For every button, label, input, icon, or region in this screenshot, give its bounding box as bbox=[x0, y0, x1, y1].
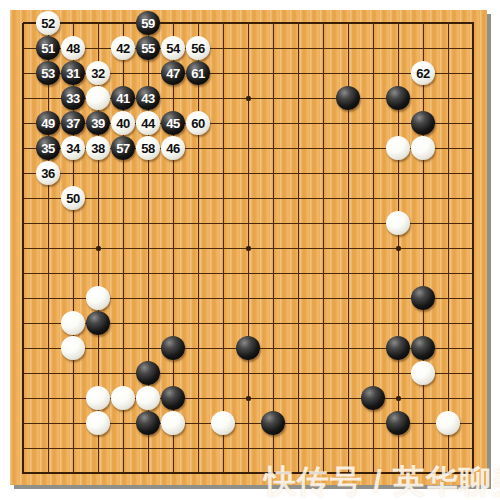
move-number-label: 40 bbox=[116, 117, 129, 130]
move-number-label: 37 bbox=[66, 117, 79, 130]
move-number-label: 46 bbox=[166, 142, 179, 155]
black-stone bbox=[411, 286, 435, 310]
grid-line-vertical bbox=[298, 23, 299, 474]
black-stone bbox=[236, 336, 260, 360]
black-stone: 61 bbox=[186, 61, 210, 85]
white-stone bbox=[161, 411, 185, 435]
white-stone bbox=[411, 136, 435, 160]
move-number-label: 35 bbox=[41, 142, 54, 155]
white-stone: 40 bbox=[111, 111, 135, 135]
white-stone: 48 bbox=[61, 36, 85, 60]
black-stone: 33 bbox=[61, 86, 85, 110]
black-stone: 37 bbox=[61, 111, 85, 135]
black-stone bbox=[261, 411, 285, 435]
grid-line-vertical bbox=[273, 23, 274, 474]
white-stone bbox=[386, 211, 410, 235]
move-number-label: 52 bbox=[41, 17, 54, 30]
white-stone bbox=[86, 386, 110, 410]
move-number-label: 60 bbox=[191, 117, 204, 130]
move-number-label: 50 bbox=[66, 192, 79, 205]
move-number-label: 39 bbox=[91, 117, 104, 130]
black-stone bbox=[411, 336, 435, 360]
black-stone bbox=[136, 411, 160, 435]
white-stone bbox=[411, 361, 435, 385]
move-number-label: 42 bbox=[116, 42, 129, 55]
white-stone bbox=[61, 311, 85, 335]
white-stone: 38 bbox=[86, 136, 110, 160]
grid-line-horizontal bbox=[23, 373, 474, 374]
black-stone: 31 bbox=[61, 61, 85, 85]
move-number-label: 49 bbox=[41, 117, 54, 130]
move-number-label: 34 bbox=[66, 142, 79, 155]
black-stone bbox=[161, 336, 185, 360]
black-stone bbox=[386, 86, 410, 110]
white-stone bbox=[86, 411, 110, 435]
move-number-label: 61 bbox=[191, 67, 204, 80]
white-stone: 62 bbox=[411, 61, 435, 85]
move-number-label: 36 bbox=[41, 167, 54, 180]
move-number-label: 58 bbox=[141, 142, 154, 155]
white-stone: 60 bbox=[186, 111, 210, 135]
black-stone: 39 bbox=[86, 111, 110, 135]
hoshi-point bbox=[246, 396, 251, 401]
hoshi-point bbox=[396, 396, 401, 401]
grid-line-vertical bbox=[423, 23, 424, 474]
white-stone: 56 bbox=[186, 36, 210, 60]
move-number-label: 38 bbox=[91, 142, 104, 155]
white-stone: 52 bbox=[36, 11, 60, 35]
white-stone: 34 bbox=[61, 136, 85, 160]
go-board: 5259514842555456533132476162334143493739… bbox=[10, 10, 487, 485]
white-stone bbox=[86, 286, 110, 310]
black-stone: 47 bbox=[161, 61, 185, 85]
black-stone: 43 bbox=[136, 86, 160, 110]
black-stone: 49 bbox=[36, 111, 60, 135]
move-number-label: 54 bbox=[166, 42, 179, 55]
white-stone: 50 bbox=[61, 186, 85, 210]
black-stone: 55 bbox=[136, 36, 160, 60]
move-number-label: 57 bbox=[116, 142, 129, 155]
white-stone: 42 bbox=[111, 36, 135, 60]
black-stone bbox=[386, 336, 410, 360]
move-number-label: 43 bbox=[141, 92, 154, 105]
black-stone bbox=[361, 386, 385, 410]
black-stone bbox=[336, 86, 360, 110]
move-number-label: 45 bbox=[166, 117, 179, 130]
move-number-label: 44 bbox=[141, 117, 154, 130]
white-stone bbox=[436, 411, 460, 435]
hoshi-point bbox=[96, 246, 101, 251]
white-stone bbox=[61, 336, 85, 360]
grid-line-horizontal bbox=[23, 448, 474, 449]
black-stone bbox=[386, 411, 410, 435]
move-number-label: 55 bbox=[141, 42, 154, 55]
move-number-label: 53 bbox=[41, 67, 54, 80]
black-stone: 41 bbox=[111, 86, 135, 110]
move-number-label: 31 bbox=[66, 67, 79, 80]
black-stone bbox=[161, 386, 185, 410]
black-stone: 59 bbox=[136, 11, 160, 35]
white-stone bbox=[86, 86, 110, 110]
move-number-label: 41 bbox=[116, 92, 129, 105]
grid-line-vertical bbox=[472, 23, 474, 474]
white-stone bbox=[111, 386, 135, 410]
white-stone: 54 bbox=[161, 36, 185, 60]
black-stone: 51 bbox=[36, 36, 60, 60]
move-number-label: 33 bbox=[66, 92, 79, 105]
grid-line-vertical bbox=[448, 23, 449, 474]
black-stone bbox=[136, 361, 160, 385]
white-stone bbox=[211, 411, 235, 435]
move-number-label: 51 bbox=[41, 42, 54, 55]
white-stone: 46 bbox=[161, 136, 185, 160]
black-stone bbox=[411, 111, 435, 135]
black-stone: 53 bbox=[36, 61, 60, 85]
black-stone: 35 bbox=[36, 136, 60, 160]
grid-line-horizontal bbox=[23, 273, 474, 274]
move-number-label: 32 bbox=[91, 67, 104, 80]
black-stone: 45 bbox=[161, 111, 185, 135]
white-stone: 44 bbox=[136, 111, 160, 135]
white-stone: 32 bbox=[86, 61, 110, 85]
watermark-text: 快传号 / 英华聊美食 bbox=[264, 465, 500, 497]
move-number-label: 56 bbox=[191, 42, 204, 55]
black-stone: 57 bbox=[111, 136, 135, 160]
move-number-label: 62 bbox=[416, 67, 429, 80]
hoshi-point bbox=[246, 96, 251, 101]
move-number-label: 59 bbox=[141, 17, 154, 30]
move-number-label: 47 bbox=[166, 67, 179, 80]
white-stone bbox=[386, 136, 410, 160]
move-number-label: 48 bbox=[66, 42, 79, 55]
screenshot-page: 5259514842555456533132476162334143493739… bbox=[0, 0, 500, 500]
grid-line-vertical bbox=[323, 23, 324, 474]
hoshi-point bbox=[396, 246, 401, 251]
white-stone: 36 bbox=[36, 161, 60, 185]
hoshi-point bbox=[246, 246, 251, 251]
white-stone bbox=[136, 386, 160, 410]
black-stone bbox=[86, 311, 110, 335]
white-stone: 58 bbox=[136, 136, 160, 160]
